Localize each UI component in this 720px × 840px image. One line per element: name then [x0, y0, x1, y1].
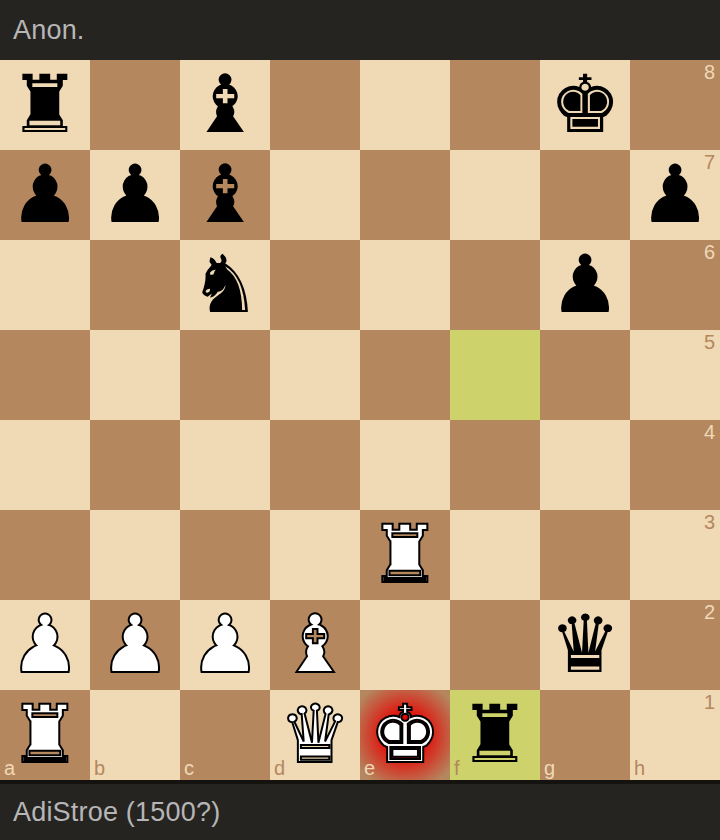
- square-c5[interactable]: [180, 330, 270, 420]
- file-label-a: a: [4, 757, 15, 780]
- square-b2[interactable]: ♟: [90, 600, 180, 690]
- white-pawn[interactable]: ♟: [90, 600, 180, 690]
- black-rook[interactable]: ♜: [450, 690, 540, 780]
- chess-board: ♜♝♚8♟♟♝♟7♞♟654♜3♟♟♟♝♛2♜abc♛d♚e♜fgh1: [0, 60, 720, 780]
- black-knight[interactable]: ♞: [180, 240, 270, 330]
- rank-label-1: 1: [704, 691, 715, 714]
- square-h7[interactable]: ♟7: [630, 150, 720, 240]
- black-pawn[interactable]: ♟: [540, 240, 630, 330]
- square-b3[interactable]: [90, 510, 180, 600]
- file-label-c: c: [184, 757, 194, 780]
- black-rook[interactable]: ♜: [0, 60, 90, 150]
- bottom-player-bar: AdiStroe (1500?): [0, 780, 720, 840]
- square-a1[interactable]: ♜a: [0, 690, 90, 780]
- rank-label-7: 7: [704, 151, 715, 174]
- rank-label-4: 4: [704, 421, 715, 444]
- square-e2[interactable]: [360, 600, 450, 690]
- top-player-name: Anon.: [13, 15, 85, 46]
- file-label-g: g: [544, 757, 555, 780]
- white-pawn[interactable]: ♟: [180, 600, 270, 690]
- square-g1[interactable]: g: [540, 690, 630, 780]
- square-h2[interactable]: 2: [630, 600, 720, 690]
- square-a8[interactable]: ♜: [0, 60, 90, 150]
- square-b7[interactable]: ♟: [90, 150, 180, 240]
- square-c2[interactable]: ♟: [180, 600, 270, 690]
- square-h1[interactable]: h1: [630, 690, 720, 780]
- file-label-e: e: [364, 757, 375, 780]
- top-player-bar: Anon.: [0, 0, 720, 60]
- rank-label-5: 5: [704, 331, 715, 354]
- square-d6[interactable]: [270, 240, 360, 330]
- square-g3[interactable]: [540, 510, 630, 600]
- black-bishop[interactable]: ♝: [180, 150, 270, 240]
- square-g2[interactable]: ♛: [540, 600, 630, 690]
- square-a6[interactable]: [0, 240, 90, 330]
- square-e1[interactable]: ♚e: [360, 690, 450, 780]
- square-f8[interactable]: [450, 60, 540, 150]
- square-g5[interactable]: [540, 330, 630, 420]
- square-f2[interactable]: [450, 600, 540, 690]
- square-a5[interactable]: [0, 330, 90, 420]
- square-d1[interactable]: ♛d: [270, 690, 360, 780]
- square-b4[interactable]: [90, 420, 180, 510]
- square-e5[interactable]: [360, 330, 450, 420]
- rank-label-3: 3: [704, 511, 715, 534]
- square-a4[interactable]: [0, 420, 90, 510]
- square-d7[interactable]: [270, 150, 360, 240]
- rank-label-6: 6: [704, 241, 715, 264]
- white-bishop[interactable]: ♝: [270, 600, 360, 690]
- square-h5[interactable]: 5: [630, 330, 720, 420]
- square-e6[interactable]: [360, 240, 450, 330]
- file-label-f: f: [454, 757, 460, 780]
- square-h4[interactable]: 4: [630, 420, 720, 510]
- square-e4[interactable]: [360, 420, 450, 510]
- square-c8[interactable]: ♝: [180, 60, 270, 150]
- black-bishop[interactable]: ♝: [180, 60, 270, 150]
- square-b5[interactable]: [90, 330, 180, 420]
- white-pawn[interactable]: ♟: [0, 600, 90, 690]
- square-d2[interactable]: ♝: [270, 600, 360, 690]
- square-c6[interactable]: ♞: [180, 240, 270, 330]
- square-d3[interactable]: [270, 510, 360, 600]
- square-a2[interactable]: ♟: [0, 600, 90, 690]
- square-d5[interactable]: [270, 330, 360, 420]
- square-e8[interactable]: [360, 60, 450, 150]
- square-g7[interactable]: [540, 150, 630, 240]
- square-a3[interactable]: [0, 510, 90, 600]
- file-label-h: h: [634, 757, 645, 780]
- square-f4[interactable]: [450, 420, 540, 510]
- rank-label-8: 8: [704, 61, 715, 84]
- square-f6[interactable]: [450, 240, 540, 330]
- rank-label-2: 2: [704, 601, 715, 624]
- square-b1[interactable]: b: [90, 690, 180, 780]
- square-f1[interactable]: ♜f: [450, 690, 540, 780]
- square-a7[interactable]: ♟: [0, 150, 90, 240]
- black-king[interactable]: ♚: [540, 60, 630, 150]
- square-h8[interactable]: 8: [630, 60, 720, 150]
- square-h3[interactable]: 3: [630, 510, 720, 600]
- square-c3[interactable]: [180, 510, 270, 600]
- square-h6[interactable]: 6: [630, 240, 720, 330]
- square-d4[interactable]: [270, 420, 360, 510]
- square-g8[interactable]: ♚: [540, 60, 630, 150]
- file-label-d: d: [274, 757, 285, 780]
- square-d8[interactable]: [270, 60, 360, 150]
- square-g6[interactable]: ♟: [540, 240, 630, 330]
- bottom-player-name: AdiStroe (1500?): [13, 797, 220, 828]
- square-c4[interactable]: [180, 420, 270, 510]
- square-e7[interactable]: [360, 150, 450, 240]
- black-queen[interactable]: ♛: [540, 600, 630, 690]
- square-b6[interactable]: [90, 240, 180, 330]
- square-c1[interactable]: c: [180, 690, 270, 780]
- square-b8[interactable]: [90, 60, 180, 150]
- file-label-b: b: [94, 757, 105, 780]
- white-rook[interactable]: ♜: [360, 510, 450, 600]
- square-e3[interactable]: ♜: [360, 510, 450, 600]
- square-f3[interactable]: [450, 510, 540, 600]
- black-pawn[interactable]: ♟: [90, 150, 180, 240]
- black-pawn[interactable]: ♟: [0, 150, 90, 240]
- square-f5[interactable]: [450, 330, 540, 420]
- square-g4[interactable]: [540, 420, 630, 510]
- square-c7[interactable]: ♝: [180, 150, 270, 240]
- square-f7[interactable]: [450, 150, 540, 240]
